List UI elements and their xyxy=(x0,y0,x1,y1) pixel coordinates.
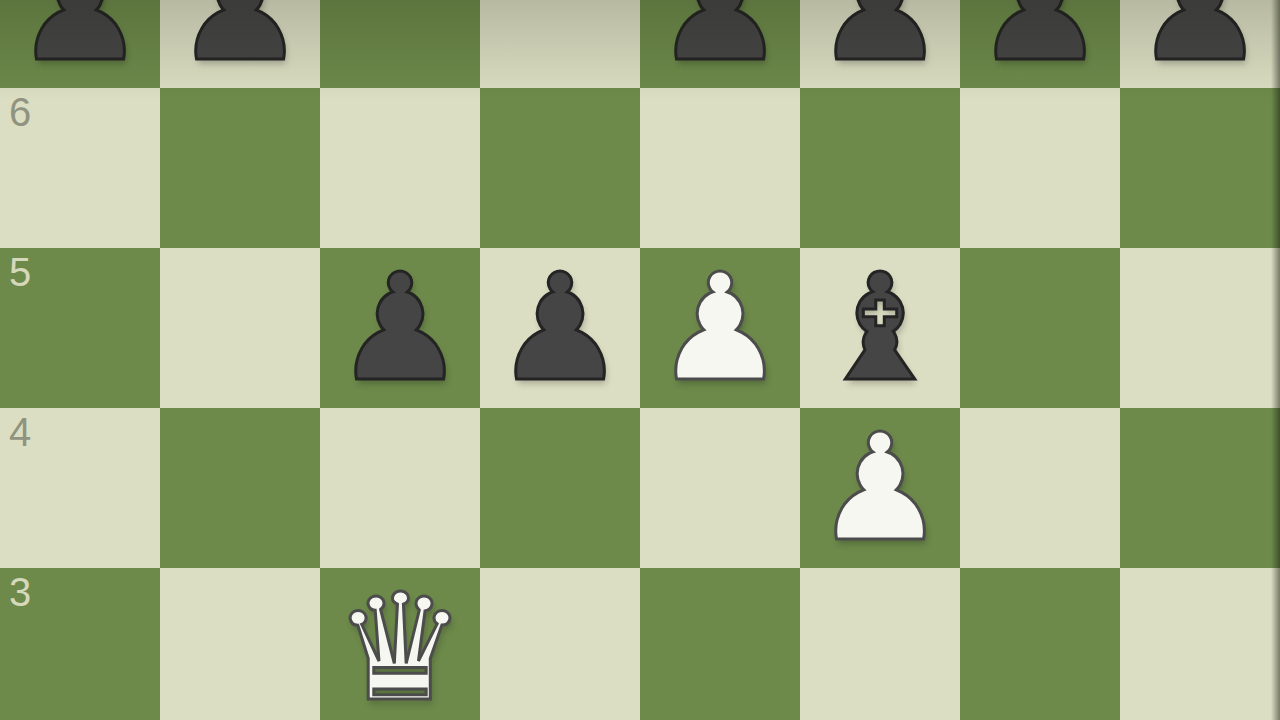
square-f4[interactable]: ♟ xyxy=(800,408,960,568)
square-f3[interactable] xyxy=(800,568,960,720)
square-e6[interactable] xyxy=(640,88,800,248)
square-d6[interactable] xyxy=(480,88,640,248)
black-bishop-icon[interactable]: ♝ xyxy=(800,248,960,408)
white-pawn-icon[interactable]: ♟ xyxy=(800,408,960,568)
square-h5[interactable] xyxy=(1120,248,1280,408)
black-pawn-icon[interactable]: ♟ xyxy=(1120,0,1280,88)
square-b7[interactable]: ♟ xyxy=(160,0,320,88)
square-h4[interactable] xyxy=(1120,408,1280,568)
square-c7[interactable] xyxy=(320,0,480,88)
black-pawn-icon[interactable]: ♟ xyxy=(0,0,160,88)
square-d5[interactable]: ♟ xyxy=(480,248,640,408)
square-g6[interactable] xyxy=(960,88,1120,248)
square-b6[interactable] xyxy=(160,88,320,248)
square-a3[interactable]: 3 xyxy=(0,568,160,720)
white-queen-icon[interactable]: ♛ xyxy=(320,568,480,720)
rank-label-5: 5 xyxy=(9,250,31,294)
square-d7[interactable] xyxy=(480,0,640,88)
square-g5[interactable] xyxy=(960,248,1120,408)
square-e7[interactable]: ♟ xyxy=(640,0,800,88)
square-g3[interactable] xyxy=(960,568,1120,720)
square-h3[interactable] xyxy=(1120,568,1280,720)
square-c5[interactable]: ♟ xyxy=(320,248,480,408)
square-g7[interactable]: ♟ xyxy=(960,0,1120,88)
square-b4[interactable] xyxy=(160,408,320,568)
square-c3[interactable]: ♛ xyxy=(320,568,480,720)
rank-label-3: 3 xyxy=(9,570,31,614)
square-a6[interactable]: 6 xyxy=(0,88,160,248)
square-f5[interactable]: ♝ xyxy=(800,248,960,408)
square-b3[interactable] xyxy=(160,568,320,720)
black-pawn-icon[interactable]: ♟ xyxy=(320,248,480,408)
rank-label-6: 6 xyxy=(9,90,31,134)
square-g4[interactable] xyxy=(960,408,1120,568)
black-pawn-icon[interactable]: ♟ xyxy=(640,0,800,88)
rank-label-4: 4 xyxy=(9,410,31,454)
black-pawn-icon[interactable]: ♟ xyxy=(800,0,960,88)
square-a4[interactable]: 4 xyxy=(0,408,160,568)
black-pawn-icon[interactable]: ♟ xyxy=(960,0,1120,88)
square-c6[interactable] xyxy=(320,88,480,248)
white-pawn-icon[interactable]: ♟ xyxy=(640,248,800,408)
square-e3[interactable] xyxy=(640,568,800,720)
square-a5[interactable]: 5 xyxy=(0,248,160,408)
square-e5[interactable]: ♟ xyxy=(640,248,800,408)
chess-board-viewport: ♟♟♟♟♟♟65♟♟♟♝4♟3♛ xyxy=(0,0,1280,720)
square-h7[interactable]: ♟ xyxy=(1120,0,1280,88)
square-f6[interactable] xyxy=(800,88,960,248)
black-pawn-icon[interactable]: ♟ xyxy=(160,0,320,88)
square-c4[interactable] xyxy=(320,408,480,568)
square-b5[interactable] xyxy=(160,248,320,408)
square-e4[interactable] xyxy=(640,408,800,568)
square-h6[interactable] xyxy=(1120,88,1280,248)
square-d4[interactable] xyxy=(480,408,640,568)
black-pawn-icon[interactable]: ♟ xyxy=(480,248,640,408)
square-a7[interactable]: ♟ xyxy=(0,0,160,88)
square-f7[interactable]: ♟ xyxy=(800,0,960,88)
chess-board: ♟♟♟♟♟♟65♟♟♟♝4♟3♛ xyxy=(0,0,1280,720)
square-d3[interactable] xyxy=(480,568,640,720)
